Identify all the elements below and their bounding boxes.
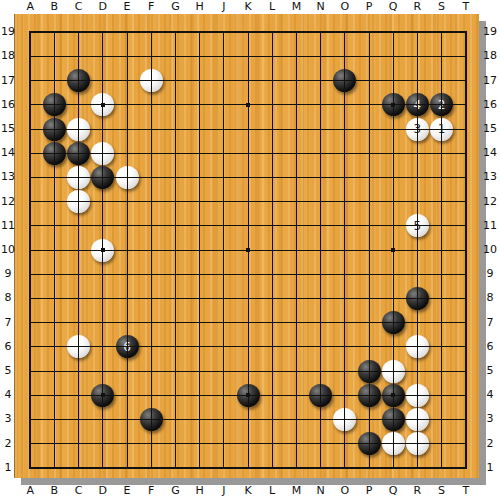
column-label-bottom: G <box>165 484 185 498</box>
row-label-left: 1 <box>0 461 17 475</box>
column-label-top: C <box>69 0 89 14</box>
row-label-right: 10 <box>481 243 499 257</box>
row-label-left: 10 <box>0 243 17 257</box>
row-label-left: 19 <box>0 25 17 39</box>
star-point <box>101 393 105 397</box>
row-label-left: 3 <box>0 412 17 426</box>
go-diagram: AABBCCDDEEFFGGHHJJKKLLMMNNOOPPQQRRSSTT19… <box>0 0 500 500</box>
column-label-top: J <box>214 0 234 14</box>
row-label-left: 7 <box>0 316 17 330</box>
row-label-left: 12 <box>0 195 17 209</box>
column-label-top: O <box>335 0 355 14</box>
column-label-bottom: F <box>141 484 161 498</box>
row-label-right: 14 <box>481 146 499 160</box>
column-label-top: E <box>117 0 137 14</box>
column-label-bottom: O <box>335 484 355 498</box>
column-label-bottom: L <box>262 484 282 498</box>
column-label-bottom: J <box>214 484 234 498</box>
column-label-bottom: D <box>93 484 113 498</box>
row-label-right: 15 <box>481 122 499 136</box>
row-label-left: 4 <box>0 388 17 402</box>
row-label-right: 7 <box>481 316 499 330</box>
row-label-right: 6 <box>481 340 499 354</box>
row-label-left: 11 <box>0 219 17 233</box>
star-point <box>246 103 250 107</box>
row-label-right: 8 <box>481 291 499 305</box>
row-label-left: 15 <box>0 122 17 136</box>
column-label-bottom: T <box>456 484 476 498</box>
column-label-top: N <box>311 0 331 14</box>
column-label-bottom: C <box>69 484 89 498</box>
column-label-bottom: B <box>44 484 64 498</box>
column-label-bottom: P <box>359 484 379 498</box>
row-label-right: 1 <box>481 461 499 475</box>
star-point <box>391 393 395 397</box>
column-label-bottom: K <box>238 484 258 498</box>
row-label-right: 18 <box>481 49 499 63</box>
column-label-bottom: S <box>432 484 452 498</box>
column-label-bottom: E <box>117 484 137 498</box>
column-label-top: S <box>432 0 452 14</box>
row-label-left: 2 <box>0 437 17 451</box>
star-point <box>101 103 105 107</box>
column-label-top: M <box>286 0 306 14</box>
column-label-top: F <box>141 0 161 14</box>
column-label-bottom: Q <box>383 484 403 498</box>
row-label-left: 9 <box>0 267 17 281</box>
row-label-left: 16 <box>0 98 17 112</box>
row-label-left: 18 <box>0 49 17 63</box>
row-label-left: 5 <box>0 364 17 378</box>
row-label-left: 17 <box>0 74 17 88</box>
star-point <box>101 248 105 252</box>
row-label-left: 13 <box>0 170 17 184</box>
row-label-right: 9 <box>481 267 499 281</box>
column-label-top: R <box>407 0 427 14</box>
row-label-left: 8 <box>0 291 17 305</box>
column-label-top: L <box>262 0 282 14</box>
row-label-right: 17 <box>481 74 499 88</box>
column-label-bottom: R <box>407 484 427 498</box>
column-label-bottom: A <box>20 484 40 498</box>
star-point <box>246 393 250 397</box>
star-point <box>391 248 395 252</box>
column-label-top: K <box>238 0 258 14</box>
star-point <box>391 103 395 107</box>
row-label-right: 4 <box>481 388 499 402</box>
column-label-top: P <box>359 0 379 14</box>
column-label-top: H <box>190 0 210 14</box>
column-label-top: A <box>20 0 40 14</box>
star-point <box>246 248 250 252</box>
column-label-top: G <box>165 0 185 14</box>
column-label-top: T <box>456 0 476 14</box>
row-label-right: 3 <box>481 412 499 426</box>
row-label-right: 16 <box>481 98 499 112</box>
column-label-bottom: M <box>286 484 306 498</box>
row-label-left: 6 <box>0 340 17 354</box>
column-label-bottom: H <box>190 484 210 498</box>
column-label-top: Q <box>383 0 403 14</box>
row-label-right: 5 <box>481 364 499 378</box>
column-label-bottom: N <box>311 484 331 498</box>
row-label-right: 13 <box>481 170 499 184</box>
row-label-right: 12 <box>481 195 499 209</box>
row-label-right: 2 <box>481 437 499 451</box>
row-label-right: 11 <box>481 219 499 233</box>
row-label-right: 19 <box>481 25 499 39</box>
row-label-left: 14 <box>0 146 17 160</box>
column-label-top: D <box>93 0 113 14</box>
column-label-top: B <box>44 0 64 14</box>
